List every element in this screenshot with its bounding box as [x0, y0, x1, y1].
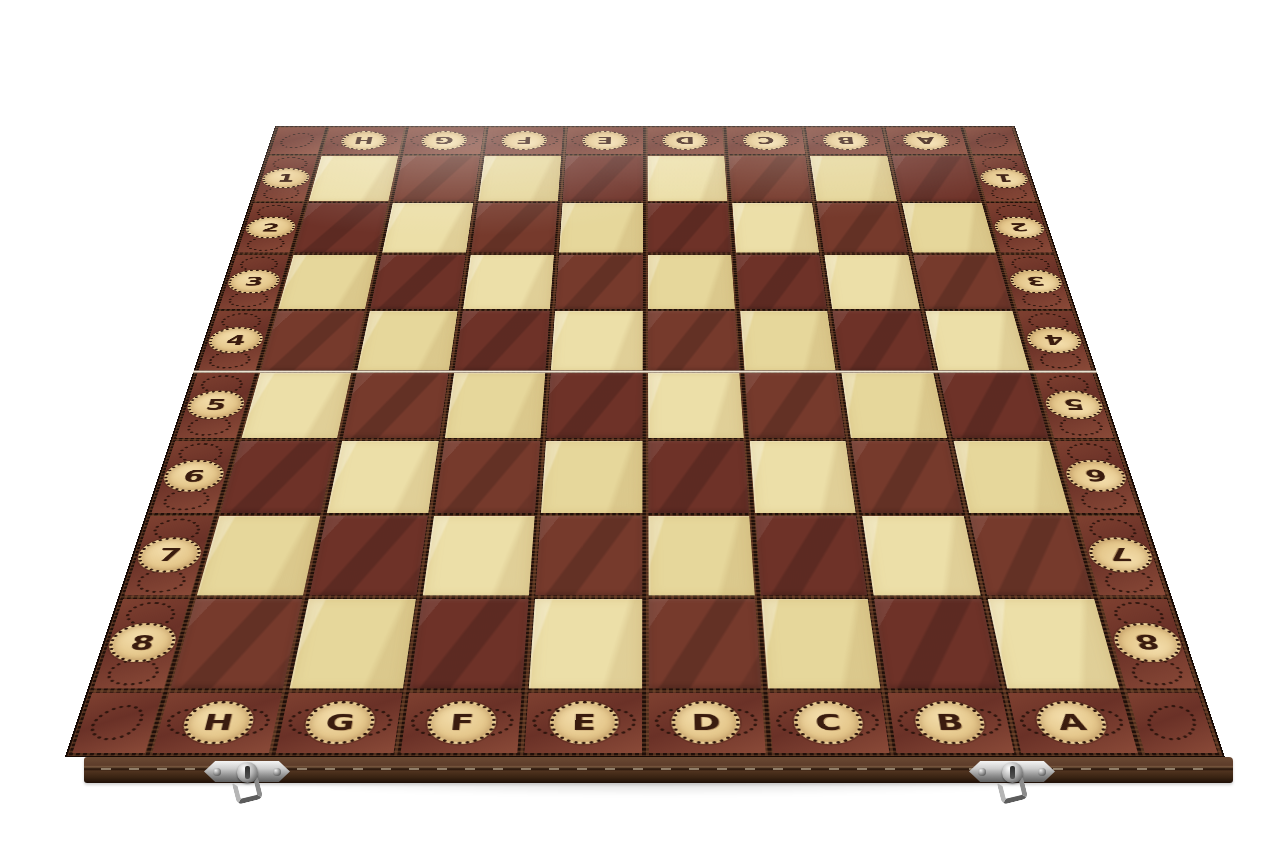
coordinate-coin: 2: [243, 217, 298, 239]
coordinate-coin: G: [420, 131, 469, 150]
square-f5[interactable]: [445, 373, 546, 438]
coordinate-label-bottom-A: A: [1008, 692, 1138, 753]
square-g6[interactable]: [327, 441, 438, 513]
coordinate-label-bottom-B: B: [888, 692, 1014, 753]
square-b7[interactable]: [862, 516, 980, 596]
coordinate-label-left-4: 4: [199, 311, 273, 370]
latch-hook: [997, 776, 1029, 805]
square-a3[interactable]: [913, 255, 1012, 309]
square-c8[interactable]: [761, 599, 880, 688]
latch-hook: [232, 776, 264, 805]
coordinate-label-top-B: B: [806, 127, 887, 153]
square-e1[interactable]: [563, 156, 643, 201]
square-d6[interactable]: [648, 441, 749, 513]
square-h1[interactable]: [309, 156, 399, 201]
coordinate-label-bottom-G: G: [276, 692, 402, 753]
square-c1[interactable]: [729, 156, 812, 201]
square-f8[interactable]: [409, 599, 528, 688]
coordinate-label-left-3: 3: [219, 255, 289, 309]
square-b2[interactable]: [817, 203, 908, 252]
square-h4[interactable]: [261, 311, 365, 370]
square-a1[interactable]: [892, 156, 982, 201]
coordinate-coin: C: [742, 131, 789, 150]
square-a7[interactable]: [970, 516, 1094, 596]
square-g3[interactable]: [370, 255, 465, 309]
square-f6[interactable]: [434, 441, 540, 513]
square-b5[interactable]: [842, 373, 947, 438]
coordinate-label-bottom-E: E: [524, 692, 641, 753]
square-c7[interactable]: [755, 516, 867, 596]
square-h7[interactable]: [197, 516, 321, 596]
coordinate-coin: E: [582, 131, 628, 150]
coordinate-label-bottom-H: H: [152, 692, 282, 753]
coordinate-coin: B: [912, 701, 988, 744]
coordinate-coin: 6: [1062, 460, 1130, 492]
coordinate-coin: 6: [160, 460, 228, 492]
square-h6[interactable]: [220, 441, 336, 513]
border-corner-top-right: [965, 127, 1020, 153]
square-d4[interactable]: [648, 311, 739, 370]
coordinate-label-top-G: G: [403, 127, 484, 153]
coordinate-label-top-H: H: [322, 127, 404, 153]
coordinate-coin: D: [662, 131, 708, 150]
square-e7[interactable]: [535, 516, 642, 596]
coordinate-label-left-2: 2: [237, 203, 303, 252]
coordinate-coin: H: [178, 701, 257, 744]
coordinate-label-right-1: 1: [973, 156, 1036, 201]
square-g4[interactable]: [357, 311, 457, 370]
square-h5[interactable]: [241, 373, 351, 438]
coordinate-coin: 1: [259, 168, 312, 188]
coordinate-label-top-C: C: [727, 127, 806, 153]
square-c2[interactable]: [732, 203, 819, 252]
border-corner-bottom-right: [1128, 692, 1218, 753]
coordinate-coin: 4: [205, 327, 266, 353]
screw-icon: [978, 768, 986, 776]
square-g1[interactable]: [393, 156, 480, 201]
square-g2[interactable]: [382, 203, 473, 252]
square-e6[interactable]: [541, 441, 642, 513]
screw-icon: [1038, 768, 1046, 776]
chess-board: HGFEDCBA1122334455667788HGFEDCBA: [65, 126, 1225, 757]
coordinate-label-bottom-F: F: [400, 692, 522, 753]
coordinate-coin: D: [671, 701, 741, 744]
square-a4[interactable]: [925, 311, 1029, 370]
coordinate-coin: E: [548, 701, 618, 744]
coordinate-coin: 2: [992, 217, 1047, 239]
square-g5[interactable]: [343, 373, 448, 438]
square-e4[interactable]: [551, 311, 642, 370]
square-h3[interactable]: [278, 255, 377, 309]
coordinate-label-bottom-C: C: [768, 692, 890, 753]
square-e5[interactable]: [546, 373, 642, 438]
square-a6[interactable]: [953, 441, 1069, 513]
square-b6[interactable]: [852, 441, 963, 513]
square-c6[interactable]: [750, 441, 856, 513]
coordinate-label-top-F: F: [485, 127, 564, 153]
square-d3[interactable]: [647, 255, 734, 309]
square-g8[interactable]: [290, 599, 416, 688]
square-f3[interactable]: [463, 255, 554, 309]
square-d8[interactable]: [648, 599, 761, 688]
coordinate-label-right-6: 6: [1055, 441, 1138, 513]
square-g7[interactable]: [310, 516, 428, 596]
square-c4[interactable]: [740, 311, 836, 370]
square-a5[interactable]: [939, 373, 1049, 438]
square-e2[interactable]: [559, 203, 643, 252]
coordinate-coin: 7: [133, 537, 206, 572]
coordinate-coin: A: [902, 131, 952, 150]
coordinate-coin: 4: [1024, 327, 1085, 353]
square-b3[interactable]: [825, 255, 920, 309]
square-f1[interactable]: [478, 156, 561, 201]
square-c3[interactable]: [736, 255, 827, 309]
square-f4[interactable]: [454, 311, 550, 370]
coordinate-label-bottom-D: D: [648, 692, 765, 753]
coordinate-coin: 8: [1109, 623, 1187, 662]
coordinate-label-right-5: 5: [1036, 373, 1114, 438]
coordinate-label-top-D: D: [647, 127, 724, 153]
square-a8[interactable]: [988, 599, 1120, 688]
coordinate-coin: B: [822, 131, 871, 150]
coordinate-coin: 5: [1042, 390, 1107, 419]
coordinate-coin: 5: [184, 390, 249, 419]
border-corner-top-left: [270, 127, 325, 153]
coordinate-label-top-A: A: [886, 127, 968, 153]
square-h2[interactable]: [294, 203, 388, 252]
latch-right: [969, 761, 1055, 805]
coordinate-coin: 3: [225, 269, 283, 293]
square-d7[interactable]: [648, 516, 755, 596]
square-d2[interactable]: [647, 203, 731, 252]
coordinate-label-top-E: E: [566, 127, 643, 153]
coordinate-label-left-5: 5: [176, 373, 254, 438]
square-b4[interactable]: [833, 311, 933, 370]
coordinate-coin: G: [301, 701, 377, 744]
square-d5[interactable]: [648, 373, 744, 438]
square-b8[interactable]: [874, 599, 1000, 688]
square-c5[interactable]: [745, 373, 846, 438]
coordinate-coin: A: [1033, 701, 1112, 744]
coordinate-coin: 1: [978, 168, 1031, 188]
screw-icon: [213, 768, 221, 776]
coordinate-coin: C: [792, 701, 865, 744]
square-e3[interactable]: [555, 255, 642, 309]
border-corner-bottom-left: [72, 692, 162, 753]
coordinate-coin: F: [501, 131, 548, 150]
coordinate-coin: H: [339, 131, 389, 150]
coordinate-coin: 3: [1007, 269, 1065, 293]
square-f7[interactable]: [422, 516, 534, 596]
latch-left: [204, 761, 290, 805]
coordinate-label-right-2: 2: [987, 203, 1053, 252]
coordinate-coin: F: [425, 701, 498, 744]
square-e8[interactable]: [529, 599, 642, 688]
coordinate-coin: 7: [1084, 537, 1157, 572]
square-h8[interactable]: [170, 599, 302, 688]
chess-board-photo: HGFEDCBA1122334455667788HGFEDCBA: [0, 0, 1280, 853]
coordinate-label-right-3: 3: [1002, 255, 1072, 309]
screw-icon: [273, 768, 281, 776]
square-d1[interactable]: [647, 156, 727, 201]
square-b1[interactable]: [810, 156, 897, 201]
coordinate-label-right-4: 4: [1018, 311, 1092, 370]
square-a2[interactable]: [902, 203, 996, 252]
square-f2[interactable]: [471, 203, 558, 252]
coordinate-coin: 8: [103, 623, 181, 662]
coordinate-label-left-1: 1: [254, 156, 317, 201]
